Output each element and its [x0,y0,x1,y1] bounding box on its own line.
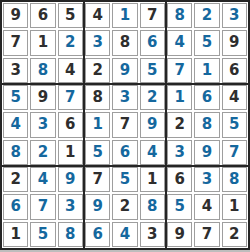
sudoku-cell-r9c7[interactable]: 9 [167,222,192,247]
sudoku-cell-r2c5[interactable]: 8 [112,30,137,55]
sudoku-cell-r6c8[interactable]: 9 [194,140,219,165]
sudoku-cell-r2c7[interactable]: 4 [167,30,192,55]
sudoku-cell-r3c7[interactable]: 7 [167,58,192,83]
sudoku-cell-r9c4[interactable]: 6 [85,222,110,247]
sudoku-cell-r4c1[interactable]: 5 [3,85,28,110]
sudoku-cell-r6c6[interactable]: 4 [140,140,165,165]
sudoku-cell-r5c4[interactable]: 1 [85,112,110,137]
sudoku-cell-r8c1[interactable]: 6 [3,194,28,219]
sudoku-cell-r4c6[interactable]: 2 [140,85,165,110]
sudoku-cell-r8c7[interactable]: 5 [167,194,192,219]
sudoku-cell-r5c7[interactable]: 2 [167,112,192,137]
sudoku-cell-r6c4[interactable]: 5 [85,140,110,165]
sudoku-cell-r1c4[interactable]: 4 [85,3,110,28]
sudoku-cell-r6c5[interactable]: 6 [112,140,137,165]
sudoku-cell-r9c6[interactable]: 3 [140,222,165,247]
sudoku-cell-r3c2[interactable]: 8 [30,58,55,83]
sudoku-cell-r8c5[interactable]: 2 [112,194,137,219]
sudoku-cell-r7c4[interactable]: 7 [85,167,110,192]
sudoku-cell-r3c6[interactable]: 5 [140,58,165,83]
sudoku-cell-r1c5[interactable]: 1 [112,3,137,28]
sudoku-cell-r1c2[interactable]: 6 [30,3,55,28]
sudoku-cell-r6c1[interactable]: 8 [3,140,28,165]
sudoku-cell-r7c7[interactable]: 6 [167,167,192,192]
sudoku-cell-r8c3[interactable]: 3 [58,194,83,219]
sudoku-cell-r2c1[interactable]: 7 [3,30,28,55]
sudoku-cell-r9c5[interactable]: 4 [112,222,137,247]
sudoku-cell-r2c2[interactable]: 1 [30,30,55,55]
sudoku-cell-r5c6[interactable]: 9 [140,112,165,137]
sudoku-cell-r8c9[interactable]: 1 [222,194,247,219]
sudoku-cell-r8c8[interactable]: 4 [194,194,219,219]
sudoku-cell-r1c6[interactable]: 7 [140,3,165,28]
sudoku-cell-r5c2[interactable]: 3 [30,112,55,137]
sudoku-cell-r9c1[interactable]: 1 [3,222,28,247]
sudoku-cell-r7c2[interactable]: 4 [30,167,55,192]
sudoku-cell-r1c9[interactable]: 3 [222,3,247,28]
sudoku-cell-r1c1[interactable]: 9 [3,3,28,28]
sudoku-cell-r6c9[interactable]: 7 [222,140,247,165]
sudoku-cell-r8c6[interactable]: 8 [140,194,165,219]
sudoku-cell-r6c2[interactable]: 2 [30,140,55,165]
sudoku-cell-r2c3[interactable]: 2 [58,30,83,55]
sudoku-cell-r8c2[interactable]: 7 [30,194,55,219]
sudoku-cell-r1c3[interactable]: 5 [58,3,83,28]
sudoku-cell-r1c8[interactable]: 2 [194,3,219,28]
sudoku-cell-r3c4[interactable]: 2 [85,58,110,83]
sudoku-board: 9654178237123864593842957165978321644361… [0,0,250,250]
sudoku-cell-r7c8[interactable]: 3 [194,167,219,192]
sudoku-cell-r4c7[interactable]: 1 [167,85,192,110]
sudoku-cell-r7c1[interactable]: 2 [3,167,28,192]
sudoku-cell-r4c9[interactable]: 4 [222,85,247,110]
sudoku-cell-r6c7[interactable]: 3 [167,140,192,165]
sudoku-cell-r2c8[interactable]: 5 [194,30,219,55]
sudoku-cell-r7c5[interactable]: 5 [112,167,137,192]
sudoku-cell-r2c4[interactable]: 3 [85,30,110,55]
sudoku-cell-r9c2[interactable]: 5 [30,222,55,247]
sudoku-cell-r7c9[interactable]: 8 [222,167,247,192]
sudoku-cell-r7c6[interactable]: 1 [140,167,165,192]
sudoku-cell-r5c9[interactable]: 5 [222,112,247,137]
sudoku-cell-r4c4[interactable]: 8 [85,85,110,110]
sudoku-cell-r9c3[interactable]: 8 [58,222,83,247]
sudoku-cell-r9c8[interactable]: 7 [194,222,219,247]
sudoku-cell-r6c3[interactable]: 1 [58,140,83,165]
sudoku-cell-r5c5[interactable]: 7 [112,112,137,137]
sudoku-cell-r8c4[interactable]: 9 [85,194,110,219]
sudoku-cell-r7c3[interactable]: 9 [58,167,83,192]
sudoku-cell-r2c6[interactable]: 6 [140,30,165,55]
sudoku-cell-r3c5[interactable]: 9 [112,58,137,83]
sudoku-cell-r2c9[interactable]: 9 [222,30,247,55]
sudoku-cell-r9c9[interactable]: 2 [222,222,247,247]
sudoku-cell-r3c3[interactable]: 4 [58,58,83,83]
sudoku-cell-r5c8[interactable]: 8 [194,112,219,137]
sudoku-cell-r5c1[interactable]: 4 [3,112,28,137]
sudoku-cell-r3c8[interactable]: 1 [194,58,219,83]
sudoku-cell-r5c3[interactable]: 6 [58,112,83,137]
sudoku-cell-r4c2[interactable]: 9 [30,85,55,110]
sudoku-cell-r3c1[interactable]: 3 [3,58,28,83]
sudoku-cell-r4c8[interactable]: 6 [194,85,219,110]
sudoku-cell-r1c7[interactable]: 8 [167,3,192,28]
sudoku-cell-r3c9[interactable]: 6 [222,58,247,83]
sudoku-cell-r4c5[interactable]: 3 [112,85,137,110]
sudoku-cell-r4c3[interactable]: 7 [58,85,83,110]
